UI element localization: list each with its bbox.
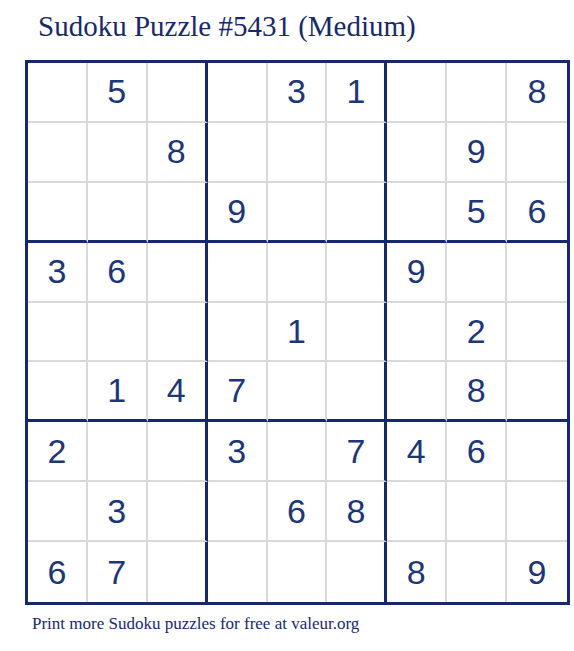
cell-r2c4 — [208, 123, 268, 183]
cell-r9c8 — [447, 542, 507, 602]
cell-r6c9 — [507, 362, 567, 422]
cell-r6c5 — [268, 362, 328, 422]
cell-r1c6: 1 — [327, 63, 387, 123]
cell-r1c5: 3 — [268, 63, 328, 123]
cell-r1c9: 8 — [507, 63, 567, 123]
cell-r8c5: 6 — [268, 482, 328, 542]
cell-r9c4 — [208, 542, 268, 602]
cell-r4c7: 9 — [387, 243, 447, 303]
cell-r5c2 — [88, 303, 148, 363]
cell-r7c2 — [88, 422, 148, 482]
cell-r5c8: 2 — [447, 303, 507, 363]
cell-r8c6: 8 — [327, 482, 387, 542]
cell-r6c6 — [327, 362, 387, 422]
cell-r5c5: 1 — [268, 303, 328, 363]
page-title: Sudoku Puzzle #5431 (Medium) — [38, 10, 416, 43]
cell-r8c8 — [447, 482, 507, 542]
cell-r5c9 — [507, 303, 567, 363]
cell-r8c9 — [507, 482, 567, 542]
cell-r9c6 — [327, 542, 387, 602]
cell-r5c1 — [28, 303, 88, 363]
cell-r8c3 — [148, 482, 208, 542]
cell-r1c3 — [148, 63, 208, 123]
cell-r2c3: 8 — [148, 123, 208, 183]
cell-r2c9 — [507, 123, 567, 183]
cell-r7c1: 2 — [28, 422, 88, 482]
cell-r2c2 — [88, 123, 148, 183]
cell-r5c6 — [327, 303, 387, 363]
cell-r2c8: 9 — [447, 123, 507, 183]
cell-r2c5 — [268, 123, 328, 183]
cell-r7c8: 6 — [447, 422, 507, 482]
sudoku-board: 531889956369121478237463686789 — [25, 60, 570, 605]
cell-r4c9 — [507, 243, 567, 303]
cell-r3c1 — [28, 183, 88, 243]
cell-r9c7: 8 — [387, 542, 447, 602]
cell-r3c7 — [387, 183, 447, 243]
cell-r3c4: 9 — [208, 183, 268, 243]
cell-r9c3 — [148, 542, 208, 602]
cell-r4c8 — [447, 243, 507, 303]
cell-r5c4 — [208, 303, 268, 363]
cell-r4c2: 6 — [88, 243, 148, 303]
cell-r7c9 — [507, 422, 567, 482]
cell-r1c7 — [387, 63, 447, 123]
cell-r6c3: 4 — [148, 362, 208, 422]
cell-r7c6: 7 — [327, 422, 387, 482]
cell-r7c5 — [268, 422, 328, 482]
cell-r8c1 — [28, 482, 88, 542]
cell-r2c1 — [28, 123, 88, 183]
cell-r3c5 — [268, 183, 328, 243]
cell-r8c2: 3 — [88, 482, 148, 542]
cell-r1c1 — [28, 63, 88, 123]
cell-r9c1: 6 — [28, 542, 88, 602]
cell-r4c1: 3 — [28, 243, 88, 303]
cell-r9c5 — [268, 542, 328, 602]
cell-r3c2 — [88, 183, 148, 243]
cell-r8c7 — [387, 482, 447, 542]
cell-r1c2: 5 — [88, 63, 148, 123]
cell-r9c9: 9 — [507, 542, 567, 602]
cell-r3c9: 6 — [507, 183, 567, 243]
cell-r6c8: 8 — [447, 362, 507, 422]
cell-r4c6 — [327, 243, 387, 303]
cell-r6c4: 7 — [208, 362, 268, 422]
footer-text: Print more Sudoku puzzles for free at va… — [32, 614, 359, 634]
cell-r3c6 — [327, 183, 387, 243]
cell-r5c7 — [387, 303, 447, 363]
cell-r5c3 — [148, 303, 208, 363]
cell-r8c4 — [208, 482, 268, 542]
cell-r6c1 — [28, 362, 88, 422]
cell-r2c7 — [387, 123, 447, 183]
page: Sudoku Puzzle #5431 (Medium) 53188995636… — [0, 0, 574, 651]
cell-r7c7: 4 — [387, 422, 447, 482]
cell-r1c8 — [447, 63, 507, 123]
cell-r3c8: 5 — [447, 183, 507, 243]
cell-r4c3 — [148, 243, 208, 303]
cell-r6c7 — [387, 362, 447, 422]
cell-r4c4 — [208, 243, 268, 303]
cell-r7c4: 3 — [208, 422, 268, 482]
cell-r3c3 — [148, 183, 208, 243]
cell-r1c4 — [208, 63, 268, 123]
cell-r6c2: 1 — [88, 362, 148, 422]
cell-r9c2: 7 — [88, 542, 148, 602]
cell-r2c6 — [327, 123, 387, 183]
cell-r7c3 — [148, 422, 208, 482]
cell-r4c5 — [268, 243, 328, 303]
